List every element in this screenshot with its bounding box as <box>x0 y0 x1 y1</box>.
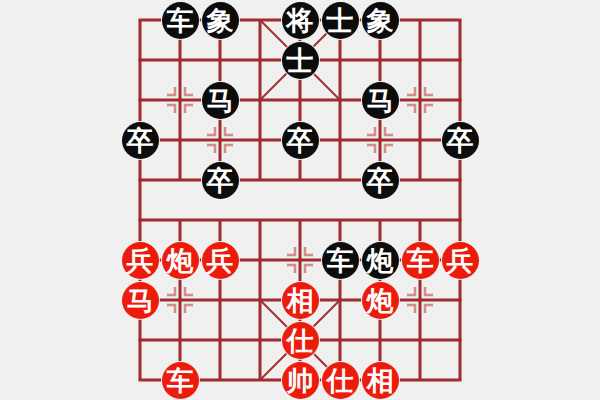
piece-red-soldier[interactable]: 兵 <box>442 242 479 279</box>
piece-red-cannon[interactable]: 炮 <box>162 242 199 279</box>
piece-black-soldier[interactable]: 卒 <box>122 122 159 159</box>
piece-black-elephant[interactable]: 象 <box>362 2 399 39</box>
piece-red-soldier[interactable]: 兵 <box>202 242 239 279</box>
piece-red-chariot[interactable]: 车 <box>162 362 199 399</box>
piece-black-elephant[interactable]: 象 <box>202 2 239 39</box>
piece-black-soldier[interactable]: 卒 <box>202 162 239 199</box>
piece-red-soldier[interactable]: 兵 <box>122 242 159 279</box>
piece-black-soldier[interactable]: 卒 <box>442 122 479 159</box>
piece-red-elephant[interactable]: 相 <box>282 282 319 319</box>
piece-red-advisor[interactable]: 仕 <box>282 322 319 359</box>
piece-black-cannon[interactable]: 炮 <box>362 242 399 279</box>
piece-black-advisor[interactable]: 士 <box>282 42 319 79</box>
piece-black-horse[interactable]: 马 <box>362 82 399 119</box>
piece-red-elephant[interactable]: 相 <box>362 362 399 399</box>
piece-red-horse[interactable]: 马 <box>122 282 159 319</box>
piece-layer: 车象将士象士马马卒卒卒卒卒车炮兵炮兵车兵马相炮仕车帅仕相 <box>120 0 480 400</box>
piece-red-general[interactable]: 帅 <box>282 362 319 399</box>
piece-red-cannon[interactable]: 炮 <box>362 282 399 319</box>
piece-red-chariot[interactable]: 车 <box>402 242 439 279</box>
piece-black-general[interactable]: 将 <box>282 2 319 39</box>
piece-black-soldier[interactable]: 卒 <box>282 122 319 159</box>
piece-black-chariot[interactable]: 车 <box>162 2 199 39</box>
xiangqi-board: 车象将士象士马马卒卒卒卒卒车炮兵炮兵车兵马相炮仕车帅仕相 <box>0 0 600 400</box>
piece-black-chariot[interactable]: 车 <box>322 242 359 279</box>
piece-red-advisor[interactable]: 仕 <box>322 362 359 399</box>
piece-black-horse[interactable]: 马 <box>202 82 239 119</box>
piece-black-advisor[interactable]: 士 <box>322 2 359 39</box>
piece-black-soldier[interactable]: 卒 <box>362 162 399 199</box>
